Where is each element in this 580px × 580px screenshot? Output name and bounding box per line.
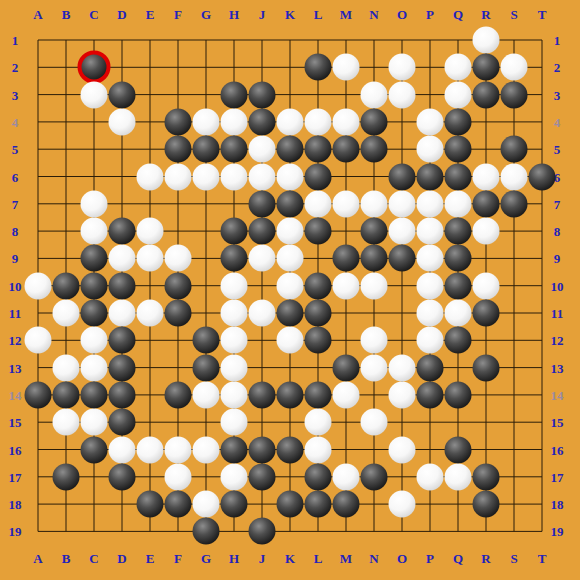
white-stone-N3 [361,81,388,108]
white-stone-K6 [277,163,304,190]
white-stone-G4 [193,108,220,135]
row-label-left-7: 7 [12,197,19,210]
row-label-right-12: 12 [551,334,564,347]
row-label-left-9: 9 [12,252,19,265]
go-board[interactable]: AABBCCDDEEFFGGHHJJKKLLMMNNOOPPQQRRSSTT11… [0,0,580,580]
black-stone-J14 [249,381,276,408]
black-stone-K7 [277,190,304,217]
white-stone-J11 [249,300,276,327]
white-stone-B11 [53,300,80,327]
black-stone-O6 [389,163,416,190]
black-stone-K14 [277,381,304,408]
white-stone-R8 [473,218,500,245]
black-stone-D12 [109,327,136,354]
white-stone-H17 [221,463,248,490]
white-stone-O8 [389,218,416,245]
black-stone-D10 [109,272,136,299]
row-label-right-16: 16 [551,443,564,456]
black-stone-P6 [417,163,444,190]
white-stone-F9 [165,245,192,272]
black-stone-F11 [165,300,192,327]
black-stone-F10 [165,272,192,299]
white-stone-C8 [81,218,108,245]
white-stone-P11 [417,300,444,327]
black-stone-R2 [473,54,500,81]
row-label-right-2: 2 [554,61,561,74]
column-label-bottom-H: H [229,552,239,565]
column-label-bottom-G: G [201,552,211,565]
row-label-right-17: 17 [551,470,564,483]
white-stone-G14 [193,381,220,408]
white-stone-P12 [417,327,444,354]
column-label-top-G: G [201,8,211,21]
black-stone-Q12 [445,327,472,354]
white-stone-Q7 [445,190,472,217]
black-stone-J3 [249,81,276,108]
black-stone-H16 [221,436,248,463]
white-stone-C3 [81,81,108,108]
white-stone-L15 [305,409,332,436]
black-stone-L6 [305,163,332,190]
black-stone-C14 [81,381,108,408]
black-stone-D17 [109,463,136,490]
white-stone-O16 [389,436,416,463]
column-label-top-R: R [481,8,490,21]
white-stone-Q2 [445,54,472,81]
white-stone-G16 [193,436,220,463]
column-label-bottom-L: L [314,552,323,565]
black-stone-H3 [221,81,248,108]
black-stone-C9 [81,245,108,272]
black-stone-N5 [361,136,388,163]
white-stone-R6 [473,163,500,190]
row-label-left-19: 19 [9,525,22,538]
black-stone-Q16 [445,436,472,463]
column-label-bottom-F: F [174,552,182,565]
white-stone-P17 [417,463,444,490]
black-stone-F4 [165,108,192,135]
black-stone-J19 [249,518,276,545]
white-stone-G6 [193,163,220,190]
column-label-bottom-E: E [146,552,155,565]
row-label-left-17: 17 [9,470,22,483]
black-stone-A14 [25,381,52,408]
black-stone-G19 [193,518,220,545]
white-stone-M10 [333,272,360,299]
black-stone-K18 [277,491,304,518]
black-stone-N4 [361,108,388,135]
black-stone-L11 [305,300,332,327]
black-stone-B14 [53,381,80,408]
black-stone-T6 [529,163,556,190]
row-label-left-5: 5 [12,143,19,156]
white-stone-N13 [361,354,388,381]
column-label-bottom-Q: Q [453,552,463,565]
column-label-top-L: L [314,8,323,21]
row-label-right-18: 18 [551,498,564,511]
white-stone-H12 [221,327,248,354]
row-label-right-7: 7 [554,197,561,210]
black-stone-K5 [277,136,304,163]
column-label-bottom-B: B [62,552,71,565]
white-stone-N7 [361,190,388,217]
row-label-left-1: 1 [12,34,19,47]
black-stone-R13 [473,354,500,381]
white-stone-Q3 [445,81,472,108]
white-stone-M17 [333,463,360,490]
row-label-right-15: 15 [551,416,564,429]
white-stone-M2 [333,54,360,81]
black-stone-D8 [109,218,136,245]
column-label-bottom-S: S [510,552,517,565]
white-stone-B13 [53,354,80,381]
black-stone-J8 [249,218,276,245]
row-label-right-5: 5 [554,143,561,156]
white-stone-P9 [417,245,444,272]
white-stone-D9 [109,245,136,272]
black-stone-C16 [81,436,108,463]
black-stone-M13 [333,354,360,381]
row-label-left-14: 14 [9,388,22,401]
black-stone-Q6 [445,163,472,190]
column-label-bottom-N: N [369,552,378,565]
black-stone-L17 [305,463,332,490]
white-stone-O14 [389,381,416,408]
column-label-bottom-J: J [259,552,266,565]
row-label-right-9: 9 [554,252,561,265]
black-stone-B17 [53,463,80,490]
black-stone-M9 [333,245,360,272]
white-stone-D11 [109,300,136,327]
black-stone-L10 [305,272,332,299]
white-stone-E6 [137,163,164,190]
white-stone-R1 [473,27,500,54]
row-label-left-11: 11 [9,307,21,320]
white-stone-O7 [389,190,416,217]
white-stone-Q11 [445,300,472,327]
column-label-top-Q: Q [453,8,463,21]
white-stone-O18 [389,491,416,518]
row-label-right-1: 1 [554,34,561,47]
black-stone-D14 [109,381,136,408]
column-label-bottom-O: O [397,552,407,565]
white-stone-H14 [221,381,248,408]
black-stone-L18 [305,491,332,518]
column-label-top-O: O [397,8,407,21]
black-stone-R11 [473,300,500,327]
row-label-right-13: 13 [551,361,564,374]
column-label-top-N: N [369,8,378,21]
black-stone-Q10 [445,272,472,299]
white-stone-M7 [333,190,360,217]
black-stone-E18 [137,491,164,518]
column-label-top-D: D [117,8,126,21]
black-stone-J17 [249,463,276,490]
column-label-top-A: A [33,8,42,21]
white-stone-E11 [137,300,164,327]
black-stone-D15 [109,409,136,436]
row-label-left-15: 15 [9,416,22,429]
white-stone-P4 [417,108,444,135]
row-label-left-16: 16 [9,443,22,456]
black-stone-N17 [361,463,388,490]
white-stone-D16 [109,436,136,463]
white-stone-N12 [361,327,388,354]
black-stone-P13 [417,354,444,381]
white-stone-K4 [277,108,304,135]
white-stone-K9 [277,245,304,272]
black-stone-L12 [305,327,332,354]
white-stone-K8 [277,218,304,245]
white-stone-C12 [81,327,108,354]
black-stone-L8 [305,218,332,245]
white-stone-D4 [109,108,136,135]
row-label-right-3: 3 [554,88,561,101]
white-stone-F17 [165,463,192,490]
black-stone-B10 [53,272,80,299]
white-stone-L16 [305,436,332,463]
white-stone-H13 [221,354,248,381]
white-stone-S2 [501,54,528,81]
column-label-bottom-R: R [481,552,490,565]
black-stone-D3 [109,81,136,108]
white-stone-A12 [25,327,52,354]
white-stone-N15 [361,409,388,436]
row-label-left-3: 3 [12,88,19,101]
white-stone-L7 [305,190,332,217]
white-stone-F16 [165,436,192,463]
black-stone-H18 [221,491,248,518]
white-stone-P7 [417,190,444,217]
black-stone-Q14 [445,381,472,408]
white-stone-O3 [389,81,416,108]
row-label-right-4: 4 [554,115,561,128]
white-stone-K10 [277,272,304,299]
black-stone-N9 [361,245,388,272]
black-stone-M5 [333,136,360,163]
black-stone-R3 [473,81,500,108]
black-stone-H8 [221,218,248,245]
black-stone-L5 [305,136,332,163]
column-label-top-B: B [62,8,71,21]
white-stone-J6 [249,163,276,190]
black-stone-F14 [165,381,192,408]
white-stone-J5 [249,136,276,163]
black-stone-N8 [361,218,388,245]
white-stone-P8 [417,218,444,245]
row-label-left-12: 12 [9,334,22,347]
row-label-left-13: 13 [9,361,22,374]
column-label-bottom-K: K [285,552,295,565]
black-stone-C2 [81,54,108,81]
white-stone-C13 [81,354,108,381]
column-label-top-H: H [229,8,239,21]
white-stone-O13 [389,354,416,381]
black-stone-S5 [501,136,528,163]
black-stone-F5 [165,136,192,163]
white-stone-N10 [361,272,388,299]
column-label-top-P: P [426,8,434,21]
black-stone-S3 [501,81,528,108]
column-label-bottom-M: M [340,552,352,565]
black-stone-J4 [249,108,276,135]
column-label-top-J: J [259,8,266,21]
black-stone-G12 [193,327,220,354]
column-label-bottom-T: T [538,552,547,565]
row-label-left-18: 18 [9,498,22,511]
black-stone-L2 [305,54,332,81]
black-stone-H5 [221,136,248,163]
column-label-top-T: T [538,8,547,21]
white-stone-G18 [193,491,220,518]
white-stone-C7 [81,190,108,217]
black-stone-J16 [249,436,276,463]
column-label-top-K: K [285,8,295,21]
column-label-bottom-A: A [33,552,42,565]
row-label-right-10: 10 [551,279,564,292]
white-stone-E8 [137,218,164,245]
column-label-bottom-P: P [426,552,434,565]
column-label-top-C: C [89,8,98,21]
black-stone-P14 [417,381,444,408]
black-stone-R7 [473,190,500,217]
black-stone-S7 [501,190,528,217]
white-stone-H10 [221,272,248,299]
black-stone-M18 [333,491,360,518]
black-stone-G5 [193,136,220,163]
black-stone-Q9 [445,245,472,272]
black-stone-C10 [81,272,108,299]
white-stone-F6 [165,163,192,190]
row-label-right-14: 14 [551,388,564,401]
black-stone-H9 [221,245,248,272]
white-stone-E9 [137,245,164,272]
white-stone-S6 [501,163,528,190]
white-stone-M14 [333,381,360,408]
white-stone-H15 [221,409,248,436]
white-stone-M4 [333,108,360,135]
black-stone-L14 [305,381,332,408]
white-stone-C15 [81,409,108,436]
white-stone-B15 [53,409,80,436]
column-label-top-S: S [510,8,517,21]
white-stone-K12 [277,327,304,354]
white-stone-O2 [389,54,416,81]
column-label-top-M: M [340,8,352,21]
black-stone-C11 [81,300,108,327]
white-stone-L4 [305,108,332,135]
white-stone-P5 [417,136,444,163]
black-stone-G13 [193,354,220,381]
black-stone-O9 [389,245,416,272]
column-label-top-E: E [146,8,155,21]
row-label-left-4: 4 [12,115,19,128]
row-label-right-19: 19 [551,525,564,538]
black-stone-K16 [277,436,304,463]
white-stone-J9 [249,245,276,272]
black-stone-R17 [473,463,500,490]
black-stone-F18 [165,491,192,518]
column-label-top-F: F [174,8,182,21]
white-stone-A10 [25,272,52,299]
row-label-left-10: 10 [9,279,22,292]
black-stone-R18 [473,491,500,518]
white-stone-H11 [221,300,248,327]
black-stone-D13 [109,354,136,381]
row-label-left-8: 8 [12,225,19,238]
white-stone-H4 [221,108,248,135]
row-label-right-8: 8 [554,225,561,238]
white-stone-R10 [473,272,500,299]
black-stone-K11 [277,300,304,327]
white-stone-P10 [417,272,444,299]
row-label-left-2: 2 [12,61,19,74]
white-stone-H6 [221,163,248,190]
white-stone-E16 [137,436,164,463]
black-stone-Q5 [445,136,472,163]
column-label-bottom-C: C [89,552,98,565]
black-stone-Q4 [445,108,472,135]
white-stone-Q17 [445,463,472,490]
column-label-bottom-D: D [117,552,126,565]
row-label-left-6: 6 [12,170,19,183]
row-label-right-11: 11 [551,307,563,320]
black-stone-Q8 [445,218,472,245]
black-stone-J7 [249,190,276,217]
